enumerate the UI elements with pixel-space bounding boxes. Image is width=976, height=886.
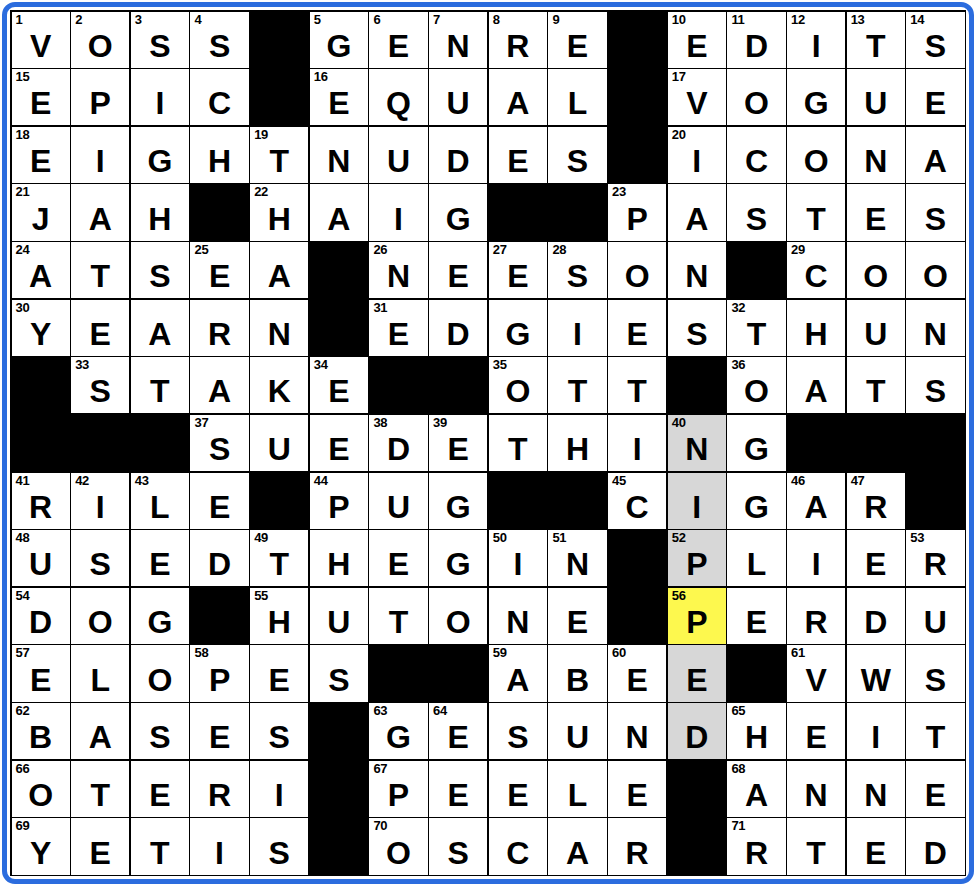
cell-r2c6[interactable]: 16E bbox=[310, 69, 368, 125]
cell-r4c15[interactable]: E bbox=[847, 184, 905, 240]
cell-letter: Q bbox=[369, 87, 427, 119]
cell-r14c11[interactable]: E bbox=[608, 761, 666, 817]
clue-number: 61 bbox=[791, 646, 805, 660]
cell-letter: E bbox=[12, 664, 70, 696]
cell-letter: S bbox=[190, 433, 248, 465]
cell-letter: D bbox=[429, 318, 487, 350]
cell-letter: T bbox=[787, 203, 845, 235]
cell-r15c15[interactable]: E bbox=[847, 818, 905, 874]
cell-r3c9[interactable]: E bbox=[489, 127, 547, 183]
cell-r14c5[interactable]: I bbox=[250, 761, 308, 817]
cell-r12c1[interactable]: 57E bbox=[12, 645, 70, 701]
cell-letter: D bbox=[668, 721, 726, 753]
cell-r12c5[interactable]: E bbox=[250, 645, 308, 701]
cell-letter: D bbox=[12, 606, 70, 638]
cell-r6c15[interactable]: U bbox=[847, 300, 905, 356]
cell-r7c13[interactable]: 36O bbox=[727, 357, 785, 413]
cell-letter: N bbox=[369, 260, 427, 292]
cell-r9c2[interactable]: 42I bbox=[71, 473, 129, 529]
cell-r3c4[interactable]: H bbox=[190, 127, 248, 183]
cell-r14c7[interactable]: 67P bbox=[369, 761, 427, 817]
cell-r14c15[interactable]: N bbox=[847, 761, 905, 817]
cell-r13c14[interactable]: E bbox=[787, 703, 845, 759]
cell-r2c9[interactable]: A bbox=[489, 69, 547, 125]
cell-letter: J bbox=[12, 203, 70, 235]
cell-r2c1[interactable]: 15E bbox=[12, 69, 70, 125]
cell-r3c16[interactable]: A bbox=[906, 127, 964, 183]
cell-r4c11[interactable]: 23P bbox=[608, 184, 666, 240]
cell-r13c5[interactable]: S bbox=[250, 703, 308, 759]
cell-letter: L bbox=[71, 664, 129, 696]
cell-letter: N bbox=[250, 318, 308, 350]
cell-r15c14[interactable]: T bbox=[787, 818, 845, 874]
cell-r9c11[interactable]: 45C bbox=[608, 473, 666, 529]
cell-r11c6[interactable]: U bbox=[310, 588, 368, 644]
cell-letter: Y bbox=[12, 318, 70, 350]
cell-r6c2[interactable]: E bbox=[71, 300, 129, 356]
cell-r13c13[interactable]: 65H bbox=[727, 703, 785, 759]
cell-r9c14[interactable]: 46A bbox=[787, 473, 845, 529]
cell-r13c9[interactable]: S bbox=[489, 703, 547, 759]
cell-r7c14[interactable]: A bbox=[787, 357, 845, 413]
clue-number: 43 bbox=[135, 474, 149, 488]
cell-r6c3[interactable]: A bbox=[131, 300, 189, 356]
cell-r1c12[interactable]: 10E bbox=[668, 12, 726, 68]
cell-r12c6[interactable]: S bbox=[310, 645, 368, 701]
cell-letter: R bbox=[847, 491, 905, 523]
cell-letter: S bbox=[310, 664, 368, 696]
cell-r1c8[interactable]: 7N bbox=[429, 12, 487, 68]
cell-r2c3[interactable]: I bbox=[131, 69, 189, 125]
cell-r11c7[interactable]: T bbox=[369, 588, 427, 644]
cell-letter: E bbox=[369, 30, 427, 62]
cell-r7c11[interactable]: T bbox=[608, 357, 666, 413]
cell-r2c8[interactable]: U bbox=[429, 69, 487, 125]
cell-letter: D bbox=[190, 548, 248, 580]
cell-r11c3[interactable]: G bbox=[131, 588, 189, 644]
cell-r7c6[interactable]: 34E bbox=[310, 357, 368, 413]
cell-letter: U bbox=[369, 491, 427, 523]
cell-r5c4[interactable]: 25E bbox=[190, 242, 248, 298]
cell-letter: P bbox=[608, 203, 666, 235]
clue-number: 40 bbox=[672, 416, 686, 430]
cell-r1c16[interactable]: 14S bbox=[906, 12, 964, 68]
cell-r14c16[interactable]: E bbox=[906, 761, 964, 817]
cell-r1c4[interactable]: 4S bbox=[190, 12, 248, 68]
cell-r5c9[interactable]: 27E bbox=[489, 242, 547, 298]
cell-r12c8 bbox=[429, 645, 487, 701]
cell-r14c3[interactable]: E bbox=[131, 761, 189, 817]
cell-letter: N bbox=[310, 145, 368, 177]
cell-r15c3[interactable]: T bbox=[131, 818, 189, 874]
cell-letter: R bbox=[190, 779, 248, 811]
cell-letter: T bbox=[131, 375, 189, 407]
cell-letter: T bbox=[727, 318, 785, 350]
cell-r7c16[interactable]: S bbox=[906, 357, 964, 413]
cell-r15c10[interactable]: A bbox=[548, 818, 606, 874]
cell-r5c16[interactable]: O bbox=[906, 242, 964, 298]
cell-r7c9[interactable]: 35O bbox=[489, 357, 547, 413]
cell-letter: N bbox=[548, 548, 606, 580]
cell-r6c5[interactable]: N bbox=[250, 300, 308, 356]
clue-number: 26 bbox=[373, 243, 387, 257]
cell-r14c8[interactable]: E bbox=[429, 761, 487, 817]
cell-letter: L bbox=[548, 779, 606, 811]
cell-r6c12[interactable]: S bbox=[668, 300, 726, 356]
cell-r2c4[interactable]: C bbox=[190, 69, 248, 125]
clue-number: 41 bbox=[16, 474, 30, 488]
cell-letter: O bbox=[71, 606, 129, 638]
cell-r1c14[interactable]: 12I bbox=[787, 12, 845, 68]
cell-r6c8[interactable]: D bbox=[429, 300, 487, 356]
cell-r15c8[interactable]: S bbox=[429, 818, 487, 874]
cell-r15c11[interactable]: R bbox=[608, 818, 666, 874]
cell-r8c10[interactable]: H bbox=[548, 415, 606, 471]
cell-r12c12[interactable]: E bbox=[668, 645, 726, 701]
cell-r5c15[interactable]: O bbox=[847, 242, 905, 298]
cell-letter: S bbox=[489, 721, 547, 753]
cell-r13c12[interactable]: D bbox=[668, 703, 726, 759]
cell-letter: D bbox=[369, 433, 427, 465]
cell-letter: H bbox=[548, 433, 606, 465]
cell-letter: G bbox=[727, 491, 785, 523]
cell-r14c9[interactable]: E bbox=[489, 761, 547, 817]
cell-r9c7[interactable]: U bbox=[369, 473, 427, 529]
clue-number: 59 bbox=[493, 646, 507, 660]
cell-r10c5[interactable]: 49T bbox=[250, 530, 308, 586]
cell-r3c10[interactable]: S bbox=[548, 127, 606, 183]
cell-letter: E bbox=[12, 145, 70, 177]
cell-r3c8[interactable]: D bbox=[429, 127, 487, 183]
cell-r10c2[interactable]: S bbox=[71, 530, 129, 586]
clue-number: 58 bbox=[194, 646, 208, 660]
cell-r4c16[interactable]: S bbox=[906, 184, 964, 240]
cell-letter: G bbox=[429, 491, 487, 523]
cell-r1c5 bbox=[250, 12, 308, 68]
cell-r12c11[interactable]: 60E bbox=[608, 645, 666, 701]
cell-r6c16[interactable]: N bbox=[906, 300, 964, 356]
cell-r12c3[interactable]: O bbox=[131, 645, 189, 701]
cell-r5c7[interactable]: 26N bbox=[369, 242, 427, 298]
cell-r3c1[interactable]: 18E bbox=[12, 127, 70, 183]
cell-r8c9[interactable]: T bbox=[489, 415, 547, 471]
cell-r6c9[interactable]: G bbox=[489, 300, 547, 356]
cell-r3c12[interactable]: 20I bbox=[668, 127, 726, 183]
cell-r1c10[interactable]: 9E bbox=[548, 12, 606, 68]
cell-letter: E bbox=[847, 837, 905, 869]
cell-r5c2[interactable]: T bbox=[71, 242, 129, 298]
cell-r11c8[interactable]: O bbox=[429, 588, 487, 644]
cell-r9c12[interactable]: I bbox=[668, 473, 726, 529]
cell-letter: O bbox=[906, 260, 964, 292]
cell-r7c5[interactable]: K bbox=[250, 357, 308, 413]
cell-r1c1[interactable]: 1V bbox=[12, 12, 70, 68]
cell-r5c14[interactable]: 29C bbox=[787, 242, 845, 298]
cell-r4c1[interactable]: 21J bbox=[12, 184, 70, 240]
cell-r8c14 bbox=[787, 415, 845, 471]
cell-r8c4[interactable]: 37S bbox=[190, 415, 248, 471]
cell-letter: O bbox=[847, 260, 905, 292]
cell-r6c13[interactable]: 32T bbox=[727, 300, 785, 356]
cell-letter: R bbox=[608, 837, 666, 869]
clue-number: 48 bbox=[16, 531, 30, 545]
cell-letter: H bbox=[131, 203, 189, 235]
clue-number: 23 bbox=[612, 185, 626, 199]
cell-r13c2[interactable]: A bbox=[71, 703, 129, 759]
cell-r15c4[interactable]: I bbox=[190, 818, 248, 874]
cell-r11c13[interactable]: E bbox=[727, 588, 785, 644]
cell-r4c13[interactable]: S bbox=[727, 184, 785, 240]
cell-letter: G bbox=[131, 606, 189, 638]
cell-r6c7[interactable]: 31E bbox=[369, 300, 427, 356]
clue-number: 31 bbox=[373, 301, 387, 315]
cell-r5c5[interactable]: A bbox=[250, 242, 308, 298]
cell-r3c14[interactable]: O bbox=[787, 127, 845, 183]
cell-r5c11[interactable]: O bbox=[608, 242, 666, 298]
cell-r9c1[interactable]: 41R bbox=[12, 473, 70, 529]
cell-r10c8[interactable]: G bbox=[429, 530, 487, 586]
cell-r12c15[interactable]: W bbox=[847, 645, 905, 701]
cell-r4c10 bbox=[548, 184, 606, 240]
cell-letter: V bbox=[668, 87, 726, 119]
cell-r10c6[interactable]: H bbox=[310, 530, 368, 586]
cell-r9c15[interactable]: 47R bbox=[847, 473, 905, 529]
cell-r1c3[interactable]: 3S bbox=[131, 12, 189, 68]
cell-r4c4 bbox=[190, 184, 248, 240]
cell-r9c16 bbox=[906, 473, 964, 529]
cell-r5c3[interactable]: S bbox=[131, 242, 189, 298]
cell-r4c3[interactable]: H bbox=[131, 184, 189, 240]
cell-r10c9[interactable]: 50I bbox=[489, 530, 547, 586]
cell-letter: H bbox=[190, 145, 248, 177]
cell-letter: L bbox=[131, 491, 189, 523]
cell-r12c2[interactable]: L bbox=[71, 645, 129, 701]
cell-r3c3[interactable]: G bbox=[131, 127, 189, 183]
cell-r5c10[interactable]: 28S bbox=[548, 242, 606, 298]
cell-r4c12[interactable]: A bbox=[668, 184, 726, 240]
cell-letter: N bbox=[608, 721, 666, 753]
cell-r15c5[interactable]: S bbox=[250, 818, 308, 874]
cell-r2c2[interactable]: P bbox=[71, 69, 129, 125]
cell-r6c14[interactable]: H bbox=[787, 300, 845, 356]
cell-r3c11 bbox=[608, 127, 666, 183]
cell-r13c16[interactable]: T bbox=[906, 703, 964, 759]
cell-letter: R bbox=[787, 606, 845, 638]
cell-r10c16[interactable]: 53R bbox=[906, 530, 964, 586]
cell-r13c7[interactable]: 63G bbox=[369, 703, 427, 759]
cell-r9c4[interactable]: E bbox=[190, 473, 248, 529]
cell-r8c15 bbox=[847, 415, 905, 471]
cell-letter: R bbox=[190, 318, 248, 350]
cell-r4c6[interactable]: A bbox=[310, 184, 368, 240]
cell-letter: O bbox=[727, 375, 785, 407]
cell-letter: E bbox=[608, 664, 666, 696]
cell-r9c6[interactable]: 44P bbox=[310, 473, 368, 529]
cell-r8c2 bbox=[71, 415, 129, 471]
cell-r13c4[interactable]: E bbox=[190, 703, 248, 759]
cell-letter: E bbox=[668, 664, 726, 696]
cell-r13c3[interactable]: S bbox=[131, 703, 189, 759]
cell-r10c14[interactable]: I bbox=[787, 530, 845, 586]
cell-r14c13[interactable]: 68A bbox=[727, 761, 785, 817]
cell-r10c7[interactable]: E bbox=[369, 530, 427, 586]
cell-letter: B bbox=[12, 721, 70, 753]
cell-r15c16[interactable]: D bbox=[906, 818, 964, 874]
cell-r11c2[interactable]: O bbox=[71, 588, 129, 644]
clue-number: 2 bbox=[75, 13, 82, 27]
cell-r8c8[interactable]: 39E bbox=[429, 415, 487, 471]
cell-r8c1 bbox=[12, 415, 70, 471]
cell-r11c10[interactable]: E bbox=[548, 588, 606, 644]
cell-letter: R bbox=[489, 30, 547, 62]
clue-number: 8 bbox=[493, 13, 500, 27]
cell-letter: I bbox=[131, 87, 189, 119]
cell-r12c16[interactable]: S bbox=[906, 645, 964, 701]
cell-r14c4[interactable]: R bbox=[190, 761, 248, 817]
cell-r3c2[interactable]: I bbox=[71, 127, 129, 183]
cell-r10c1[interactable]: 48U bbox=[12, 530, 70, 586]
cell-letter: T bbox=[787, 837, 845, 869]
cell-r3c13[interactable]: C bbox=[727, 127, 785, 183]
cell-r2c14[interactable]: G bbox=[787, 69, 845, 125]
cell-letter: A bbox=[787, 491, 845, 523]
cell-r7c3[interactable]: T bbox=[131, 357, 189, 413]
cell-r3c6[interactable]: N bbox=[310, 127, 368, 183]
cell-r7c4[interactable]: A bbox=[190, 357, 248, 413]
cell-r4c7[interactable]: I bbox=[369, 184, 427, 240]
cell-r10c3[interactable]: E bbox=[131, 530, 189, 586]
cell-r14c2[interactable]: T bbox=[71, 761, 129, 817]
clue-number: 27 bbox=[493, 243, 507, 257]
cell-r10c13[interactable]: L bbox=[727, 530, 785, 586]
cell-r6c4[interactable]: R bbox=[190, 300, 248, 356]
cell-r13c11[interactable]: N bbox=[608, 703, 666, 759]
cell-r14c1[interactable]: 66O bbox=[12, 761, 70, 817]
clue-number: 12 bbox=[791, 13, 805, 27]
cell-r5c1[interactable]: 24A bbox=[12, 242, 70, 298]
cell-r8c12[interactable]: 40N bbox=[668, 415, 726, 471]
cell-letter: A bbox=[71, 721, 129, 753]
cell-r1c9[interactable]: 8R bbox=[489, 12, 547, 68]
cell-r11c14[interactable]: R bbox=[787, 588, 845, 644]
cell-letter: S bbox=[71, 548, 129, 580]
cell-r8c11[interactable]: I bbox=[608, 415, 666, 471]
cell-r4c2[interactable]: A bbox=[71, 184, 129, 240]
cell-r11c12[interactable]: 56P bbox=[668, 588, 726, 644]
cell-letter: P bbox=[310, 491, 368, 523]
cell-r11c16[interactable]: U bbox=[906, 588, 964, 644]
cell-r12c4[interactable]: 58P bbox=[190, 645, 248, 701]
cell-r13c8[interactable]: 64E bbox=[429, 703, 487, 759]
cell-r4c14[interactable]: T bbox=[787, 184, 845, 240]
cell-r9c8[interactable]: G bbox=[429, 473, 487, 529]
cell-r6c10[interactable]: I bbox=[548, 300, 606, 356]
cell-r12c14[interactable]: 61V bbox=[787, 645, 845, 701]
cell-r10c4[interactable]: D bbox=[190, 530, 248, 586]
cell-r15c13[interactable]: 71R bbox=[727, 818, 785, 874]
cell-r15c9[interactable]: C bbox=[489, 818, 547, 874]
cell-r3c15[interactable]: N bbox=[847, 127, 905, 183]
cell-r15c2[interactable]: E bbox=[71, 818, 129, 874]
cell-r4c5[interactable]: 22H bbox=[250, 184, 308, 240]
clue-number: 28 bbox=[552, 243, 566, 257]
cell-r2c15[interactable]: U bbox=[847, 69, 905, 125]
cell-letter: A bbox=[668, 203, 726, 235]
cell-letter: A bbox=[190, 375, 248, 407]
cell-r1c13[interactable]: 11D bbox=[727, 12, 785, 68]
cell-r6c11[interactable]: E bbox=[608, 300, 666, 356]
cell-r11c15[interactable]: D bbox=[847, 588, 905, 644]
cell-r5c12[interactable]: N bbox=[668, 242, 726, 298]
clue-number: 14 bbox=[910, 13, 924, 27]
cell-r4c8[interactable]: G bbox=[429, 184, 487, 240]
cell-letter: O bbox=[131, 664, 189, 696]
clue-number: 19 bbox=[254, 128, 268, 142]
cell-r12c9[interactable]: 59A bbox=[489, 645, 547, 701]
cell-letter: I bbox=[71, 491, 129, 523]
cell-r11c11 bbox=[608, 588, 666, 644]
cell-r2c13[interactable]: O bbox=[727, 69, 785, 125]
cell-r7c2[interactable]: 33S bbox=[71, 357, 129, 413]
cell-r2c12[interactable]: 17V bbox=[668, 69, 726, 125]
clue-number: 63 bbox=[373, 704, 387, 718]
cell-r1c2[interactable]: 2O bbox=[71, 12, 129, 68]
cell-letter: I bbox=[548, 318, 606, 350]
cell-r7c15[interactable]: T bbox=[847, 357, 905, 413]
cell-r1c7[interactable]: 6E bbox=[369, 12, 427, 68]
cell-letter: U bbox=[12, 548, 70, 580]
cell-letter: U bbox=[847, 318, 905, 350]
cell-r8c6[interactable]: E bbox=[310, 415, 368, 471]
cell-letter: G bbox=[489, 318, 547, 350]
cell-r10c10[interactable]: 51N bbox=[548, 530, 606, 586]
cell-r13c10[interactable]: U bbox=[548, 703, 606, 759]
cell-r10c12[interactable]: 52P bbox=[668, 530, 726, 586]
cell-r1c6[interactable]: 5G bbox=[310, 12, 368, 68]
cell-letter: U bbox=[250, 433, 308, 465]
cell-r3c7[interactable]: U bbox=[369, 127, 427, 183]
cell-r14c10[interactable]: L bbox=[548, 761, 606, 817]
cell-r11c1[interactable]: 54D bbox=[12, 588, 70, 644]
cell-r6c1[interactable]: 30Y bbox=[12, 300, 70, 356]
cell-r11c5[interactable]: 55H bbox=[250, 588, 308, 644]
cell-r1c15[interactable]: 13T bbox=[847, 12, 905, 68]
cell-r8c7[interactable]: 38D bbox=[369, 415, 427, 471]
cell-r11c9[interactable]: N bbox=[489, 588, 547, 644]
cell-r2c7[interactable]: Q bbox=[369, 69, 427, 125]
cell-r8c13[interactable]: G bbox=[727, 415, 785, 471]
cell-r8c16 bbox=[906, 415, 964, 471]
cell-r9c3[interactable]: 43L bbox=[131, 473, 189, 529]
cell-letter: O bbox=[608, 260, 666, 292]
cell-r10c15[interactable]: E bbox=[847, 530, 905, 586]
cell-r15c7[interactable]: 70O bbox=[369, 818, 427, 874]
cell-r7c10[interactable]: T bbox=[548, 357, 606, 413]
cell-r3c5[interactable]: 19T bbox=[250, 127, 308, 183]
cell-r5c8[interactable]: E bbox=[429, 242, 487, 298]
cell-r12c10[interactable]: B bbox=[548, 645, 606, 701]
cell-r14c12 bbox=[668, 761, 726, 817]
cell-r14c14[interactable]: N bbox=[787, 761, 845, 817]
cell-r2c10[interactable]: L bbox=[548, 69, 606, 125]
cell-r15c1[interactable]: 69Y bbox=[12, 818, 70, 874]
cell-r9c13[interactable]: G bbox=[727, 473, 785, 529]
cell-letter: E bbox=[369, 548, 427, 580]
cell-r8c5[interactable]: U bbox=[250, 415, 308, 471]
cell-r2c16[interactable]: E bbox=[906, 69, 964, 125]
cell-r13c15[interactable]: I bbox=[847, 703, 905, 759]
cell-r13c1[interactable]: 62B bbox=[12, 703, 70, 759]
